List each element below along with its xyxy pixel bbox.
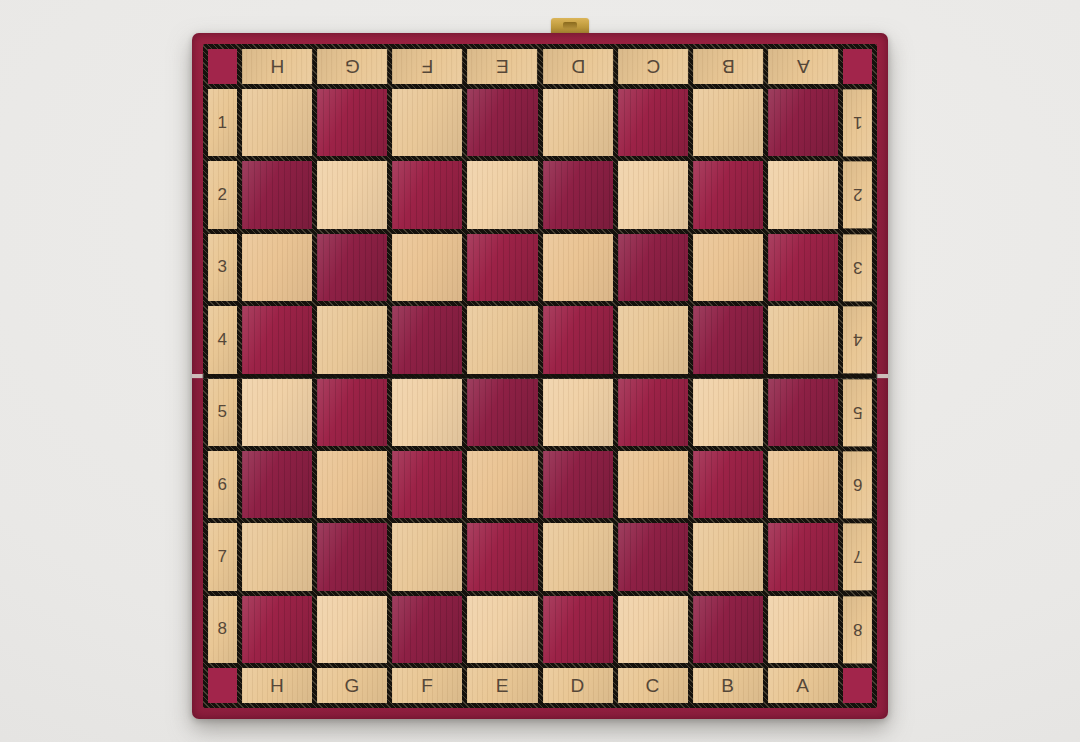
rank-label-left-8: 8 [208, 596, 237, 663]
square-c2[interactable] [618, 161, 688, 228]
square-d7[interactable] [543, 523, 613, 590]
square-b8[interactable] [693, 596, 763, 663]
square-c7[interactable] [618, 523, 688, 590]
square-f5[interactable] [392, 379, 462, 446]
square-a1[interactable] [768, 89, 838, 156]
rank-label-right-5: 5 [843, 379, 872, 446]
square-f2[interactable] [392, 161, 462, 228]
photo-background: HGFEDCBA1122334455667788HGFEDCBA [0, 0, 1080, 742]
square-d8[interactable] [543, 596, 613, 663]
file-label-top-d: D [543, 49, 613, 84]
square-h1[interactable] [242, 89, 312, 156]
rank-label-left-7: 7 [208, 523, 237, 590]
file-label-top-a: A [768, 49, 838, 84]
square-d4[interactable] [543, 306, 613, 373]
square-b5[interactable] [693, 379, 763, 446]
square-f4[interactable] [392, 306, 462, 373]
square-b2[interactable] [693, 161, 763, 228]
square-d2[interactable] [543, 161, 613, 228]
board-corner-top-right [843, 49, 872, 84]
square-h6[interactable] [242, 451, 312, 518]
square-a5[interactable] [768, 379, 838, 446]
square-e6[interactable] [467, 451, 537, 518]
rank-label-right-6: 6 [843, 451, 872, 518]
square-g1[interactable] [317, 89, 387, 156]
square-a3[interactable] [768, 234, 838, 301]
square-h4[interactable] [242, 306, 312, 373]
file-label-bottom-a: A [768, 668, 838, 703]
square-e2[interactable] [467, 161, 537, 228]
file-label-bottom-g: G [317, 668, 387, 703]
square-e5[interactable] [467, 379, 537, 446]
rank-label-right-8: 8 [843, 596, 872, 663]
square-d5[interactable] [543, 379, 613, 446]
file-label-bottom-b: B [693, 668, 763, 703]
square-g2[interactable] [317, 161, 387, 228]
square-g4[interactable] [317, 306, 387, 373]
rank-label-right-4: 4 [843, 306, 872, 373]
square-c8[interactable] [618, 596, 688, 663]
square-d3[interactable] [543, 234, 613, 301]
square-e4[interactable] [467, 306, 537, 373]
square-g7[interactable] [317, 523, 387, 590]
rank-label-left-3: 3 [208, 234, 237, 301]
square-d6[interactable] [543, 451, 613, 518]
square-b3[interactable] [693, 234, 763, 301]
board-grid: HGFEDCBA1122334455667788HGFEDCBA [203, 44, 877, 708]
board-corner-bottom-right [843, 668, 872, 703]
square-c5[interactable] [618, 379, 688, 446]
square-g3[interactable] [317, 234, 387, 301]
square-h2[interactable] [242, 161, 312, 228]
square-a7[interactable] [768, 523, 838, 590]
square-e1[interactable] [467, 89, 537, 156]
file-label-top-e: E [467, 49, 537, 84]
rank-label-left-2: 2 [208, 161, 237, 228]
square-f8[interactable] [392, 596, 462, 663]
square-b1[interactable] [693, 89, 763, 156]
square-f1[interactable] [392, 89, 462, 156]
square-g8[interactable] [317, 596, 387, 663]
file-label-bottom-e: E [467, 668, 537, 703]
square-h8[interactable] [242, 596, 312, 663]
board-corner-top-left [208, 49, 237, 84]
square-h7[interactable] [242, 523, 312, 590]
square-c4[interactable] [618, 306, 688, 373]
rank-label-left-6: 6 [208, 451, 237, 518]
square-a2[interactable] [768, 161, 838, 228]
file-label-bottom-h: H [242, 668, 312, 703]
square-f7[interactable] [392, 523, 462, 590]
square-a4[interactable] [768, 306, 838, 373]
square-a6[interactable] [768, 451, 838, 518]
square-f6[interactable] [392, 451, 462, 518]
square-e7[interactable] [467, 523, 537, 590]
file-label-top-b: B [693, 49, 763, 84]
square-b6[interactable] [693, 451, 763, 518]
square-h3[interactable] [242, 234, 312, 301]
square-c3[interactable] [618, 234, 688, 301]
file-label-top-g: G [317, 49, 387, 84]
square-g5[interactable] [317, 379, 387, 446]
file-label-top-f: F [392, 49, 462, 84]
square-e8[interactable] [467, 596, 537, 663]
rank-label-right-7: 7 [843, 523, 872, 590]
square-d1[interactable] [543, 89, 613, 156]
board-corner-bottom-left [208, 668, 237, 703]
square-b4[interactable] [693, 306, 763, 373]
file-label-bottom-c: C [618, 668, 688, 703]
rank-label-right-3: 3 [843, 234, 872, 301]
folding-chessboard: HGFEDCBA1122334455667788HGFEDCBA [192, 33, 888, 719]
square-f3[interactable] [392, 234, 462, 301]
rank-label-left-4: 4 [208, 306, 237, 373]
square-g6[interactable] [317, 451, 387, 518]
square-c1[interactable] [618, 89, 688, 156]
square-c6[interactable] [618, 451, 688, 518]
file-label-top-c: C [618, 49, 688, 84]
rank-label-left-1: 1 [208, 89, 237, 156]
rank-label-right-1: 1 [843, 89, 872, 156]
file-label-bottom-f: F [392, 668, 462, 703]
square-e3[interactable] [467, 234, 537, 301]
file-label-bottom-d: D [543, 668, 613, 703]
file-label-top-h: H [242, 49, 312, 84]
square-a8[interactable] [768, 596, 838, 663]
square-h5[interactable] [242, 379, 312, 446]
rank-label-left-5: 5 [208, 379, 237, 446]
square-b7[interactable] [693, 523, 763, 590]
rank-label-right-2: 2 [843, 161, 872, 228]
